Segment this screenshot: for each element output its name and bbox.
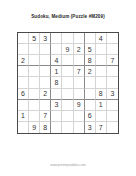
cell-r2c7[interactable]: 5 [85,44,96,55]
cell-r3c3[interactable] [40,55,51,66]
cell-r1c1[interactable] [18,33,29,44]
cell-r7c2[interactable] [29,100,40,111]
cell-r2c8[interactable] [96,44,107,55]
cell-r7c8[interactable]: 1 [96,100,107,111]
footer-url: www.printmysudoku.com [0,163,136,167]
cell-r6c2[interactable] [29,89,40,100]
page-title: Sudoku, Medium (Puzzle #M209) [0,14,136,19]
cell-r3c1[interactable]: 2 [18,55,29,66]
cell-r3c8[interactable] [96,55,107,66]
cell-r2c5[interactable]: 9 [62,44,73,55]
cell-r4c2[interactable] [29,66,40,77]
cell-r2c2[interactable] [29,44,40,55]
cell-r1c7[interactable] [85,33,96,44]
cell-r5c2[interactable] [29,77,40,88]
cell-r9c8[interactable]: 7 [96,122,107,133]
cell-r7c6[interactable]: 9 [74,100,85,111]
sudoku-board: 5349252487172862833911769837 [17,32,119,134]
cell-r5c5[interactable] [62,77,73,88]
cell-r9c5[interactable] [62,122,73,133]
cell-r1c5[interactable] [62,33,73,44]
cell-r2c9[interactable] [107,44,118,55]
cell-r2c6[interactable]: 2 [74,44,85,55]
cell-r6c9[interactable]: 3 [107,89,118,100]
cell-r5c6[interactable] [74,77,85,88]
cell-r4c3[interactable] [40,66,51,77]
cell-r4c6[interactable]: 7 [74,66,85,77]
cell-r5c8[interactable] [96,77,107,88]
cell-r7c7[interactable] [85,100,96,111]
cell-r1c9[interactable] [107,33,118,44]
cell-r3c4[interactable]: 4 [51,55,62,66]
cell-r9c3[interactable]: 8 [40,122,51,133]
cell-r3c5[interactable] [62,55,73,66]
cell-r5c3[interactable] [40,77,51,88]
cell-r9c2[interactable]: 9 [29,122,40,133]
cell-r3c2[interactable] [29,55,40,66]
cell-r1c6[interactable] [74,33,85,44]
cell-r4c8[interactable] [96,66,107,77]
cell-r2c3[interactable] [40,44,51,55]
cell-r2c4[interactable] [51,44,62,55]
cell-r1c8[interactable]: 4 [96,33,107,44]
cell-r1c4[interactable] [51,33,62,44]
cell-r3c6[interactable] [74,55,85,66]
cell-r7c1[interactable] [18,100,29,111]
cell-r8c8[interactable] [96,111,107,122]
cell-r4c9[interactable] [107,66,118,77]
cell-r4c1[interactable] [18,66,29,77]
cell-r7c5[interactable] [62,100,73,111]
cell-r6c3[interactable]: 2 [40,89,51,100]
cell-r8c1[interactable]: 1 [18,111,29,122]
cell-r9c9[interactable] [107,122,118,133]
cell-r4c7[interactable]: 2 [85,66,96,77]
cell-r9c6[interactable] [74,122,85,133]
cell-r8c9[interactable] [107,111,118,122]
cell-r1c3[interactable]: 3 [40,33,51,44]
cell-r6c8[interactable]: 8 [96,89,107,100]
cell-r9c7[interactable]: 3 [85,122,96,133]
cell-r8c6[interactable] [74,111,85,122]
cell-r5c4[interactable]: 8 [51,77,62,88]
cell-r3c7[interactable]: 8 [85,55,96,66]
cell-r6c4[interactable] [51,89,62,100]
cell-r8c3[interactable]: 7 [40,111,51,122]
cell-r4c5[interactable] [62,66,73,77]
cell-r4c4[interactable]: 1 [51,66,62,77]
cell-r5c1[interactable] [18,77,29,88]
cell-r1c2[interactable]: 5 [29,33,40,44]
cell-r7c3[interactable] [40,100,51,111]
cell-r9c4[interactable] [51,122,62,133]
cell-r9c1[interactable] [18,122,29,133]
cell-r5c7[interactable] [85,77,96,88]
cell-r7c4[interactable]: 3 [51,100,62,111]
cell-r5c9[interactable] [107,77,118,88]
sudoku-print-page: Sudoku, Medium (Puzzle #M209) 5349252487… [0,0,136,176]
cell-r6c6[interactable] [74,89,85,100]
cell-r8c2[interactable] [29,111,40,122]
cell-r8c7[interactable]: 6 [85,111,96,122]
cell-r6c5[interactable] [62,89,73,100]
cell-r7c9[interactable] [107,100,118,111]
cell-r6c1[interactable]: 6 [18,89,29,100]
cell-r2c1[interactable] [18,44,29,55]
cell-r8c5[interactable] [62,111,73,122]
cell-r6c7[interactable] [85,89,96,100]
cell-r3c9[interactable]: 7 [107,55,118,66]
cell-r8c4[interactable] [51,111,62,122]
